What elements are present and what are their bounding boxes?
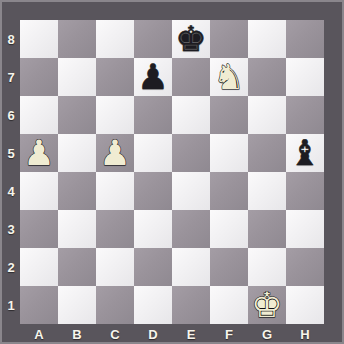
square-b6[interactable] (58, 96, 96, 134)
square-b4[interactable] (58, 172, 96, 210)
square-g2[interactable] (248, 248, 286, 286)
black-king-e8[interactable]: ♚ (172, 20, 210, 58)
square-g6[interactable] (248, 96, 286, 134)
square-b5[interactable] (58, 134, 96, 172)
square-d3[interactable] (134, 210, 172, 248)
square-f4[interactable] (210, 172, 248, 210)
square-c6[interactable] (96, 96, 134, 134)
square-g4[interactable] (248, 172, 286, 210)
black-pawn-d7[interactable]: ♟ (134, 58, 172, 96)
file-label-g: G (248, 324, 286, 344)
square-a2[interactable] (20, 248, 58, 286)
rank-label-5: 5 (2, 134, 20, 172)
square-d6[interactable] (134, 96, 172, 134)
square-e6[interactable] (172, 96, 210, 134)
file-label-b: B (58, 324, 96, 344)
square-b1[interactable] (58, 286, 96, 324)
rank-label-3: 3 (2, 210, 20, 248)
square-a3[interactable] (20, 210, 58, 248)
square-c3[interactable] (96, 210, 134, 248)
square-h1[interactable] (286, 286, 324, 324)
square-d1[interactable] (134, 286, 172, 324)
file-label-e: E (172, 324, 210, 344)
square-d5[interactable] (134, 134, 172, 172)
square-f1[interactable] (210, 286, 248, 324)
square-e3[interactable] (172, 210, 210, 248)
square-a6[interactable] (20, 96, 58, 134)
rank-label-7: 7 (2, 58, 20, 96)
square-h8[interactable] (286, 20, 324, 58)
square-g3[interactable] (248, 210, 286, 248)
square-f5[interactable] (210, 134, 248, 172)
file-label-d: D (134, 324, 172, 344)
square-e2[interactable] (172, 248, 210, 286)
square-d4[interactable] (134, 172, 172, 210)
square-c7[interactable] (96, 58, 134, 96)
square-a7[interactable] (20, 58, 58, 96)
square-e5[interactable] (172, 134, 210, 172)
square-g1[interactable]: ♚ (248, 286, 286, 324)
rank-label-2: 2 (2, 248, 20, 286)
square-b2[interactable] (58, 248, 96, 286)
square-g7[interactable] (248, 58, 286, 96)
square-f6[interactable] (210, 96, 248, 134)
rank-label-6: 6 (2, 96, 20, 134)
square-c1[interactable] (96, 286, 134, 324)
square-g5[interactable] (248, 134, 286, 172)
file-label-f: F (210, 324, 248, 344)
square-b7[interactable] (58, 58, 96, 96)
square-f8[interactable] (210, 20, 248, 58)
rank-label-8: 8 (2, 20, 20, 58)
square-d8[interactable] (134, 20, 172, 58)
square-g8[interactable] (248, 20, 286, 58)
square-d2[interactable] (134, 248, 172, 286)
square-c8[interactable] (96, 20, 134, 58)
square-f7[interactable]: ♞ (210, 58, 248, 96)
white-pawn-c5[interactable]: ♟ (96, 134, 134, 172)
square-h2[interactable] (286, 248, 324, 286)
square-a1[interactable] (20, 286, 58, 324)
square-c4[interactable] (96, 172, 134, 210)
white-knight-f7[interactable]: ♞ (210, 58, 248, 96)
square-b3[interactable] (58, 210, 96, 248)
square-d7[interactable]: ♟ (134, 58, 172, 96)
square-e1[interactable] (172, 286, 210, 324)
file-label-c: C (96, 324, 134, 344)
square-e4[interactable] (172, 172, 210, 210)
square-f2[interactable] (210, 248, 248, 286)
rank-label-1: 1 (2, 286, 20, 324)
square-e7[interactable] (172, 58, 210, 96)
square-e8[interactable]: ♚ (172, 20, 210, 58)
chess-board: ♚♟♞♟♟♝♚ (20, 20, 324, 324)
square-a5[interactable]: ♟ (20, 134, 58, 172)
square-c5[interactable]: ♟ (96, 134, 134, 172)
white-king-g1[interactable]: ♚ (248, 286, 286, 324)
square-h6[interactable] (286, 96, 324, 134)
square-h4[interactable] (286, 172, 324, 210)
square-h5[interactable]: ♝ (286, 134, 324, 172)
chess-board-frame: ♚♟♞♟♟♝♚ 87654321ABCDEFGH (0, 0, 344, 344)
square-c2[interactable] (96, 248, 134, 286)
square-b8[interactable] (58, 20, 96, 58)
square-a4[interactable] (20, 172, 58, 210)
file-label-a: A (20, 324, 58, 344)
file-label-h: H (286, 324, 324, 344)
square-a8[interactable] (20, 20, 58, 58)
square-h3[interactable] (286, 210, 324, 248)
square-h7[interactable] (286, 58, 324, 96)
white-pawn-a5[interactable]: ♟ (20, 134, 58, 172)
rank-label-4: 4 (2, 172, 20, 210)
square-f3[interactable] (210, 210, 248, 248)
black-bishop-h5[interactable]: ♝ (286, 134, 324, 172)
